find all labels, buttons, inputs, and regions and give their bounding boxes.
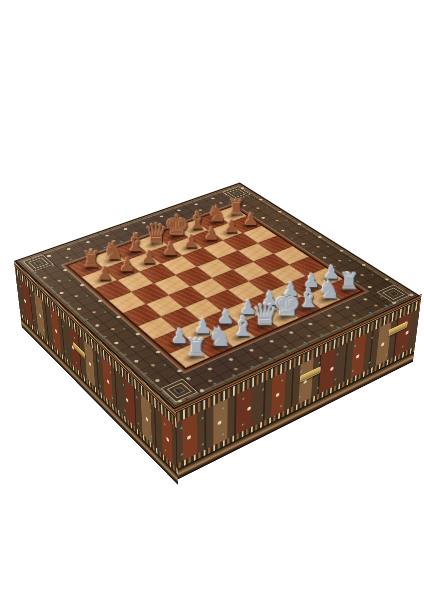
- piece-copper-pawn[interactable]: ♟: [119, 256, 135, 274]
- piece-copper-pawn[interactable]: ♟: [96, 264, 113, 283]
- piece-copper-pawn[interactable]: ♟: [203, 225, 219, 243]
- piece-silver-knight[interactable]: ♞: [208, 324, 232, 351]
- piece-silver-knight[interactable]: ♞: [318, 277, 341, 302]
- piece-copper-pawn[interactable]: ♟: [243, 211, 258, 228]
- piece-copper-pawn[interactable]: ♟: [162, 240, 178, 258]
- piece-copper-pawn[interactable]: ♟: [183, 233, 199, 251]
- chessboard-box: ♜♞♝♛♚♝♞♜♟♟♟♟♟♟♟♟♟♟♟♟♟♟♟♟♜♞♝♛♚♝♞♜: [14, 183, 421, 410]
- piece-silver-rook[interactable]: ♜: [185, 336, 207, 361]
- product-photo-canvas: ♜♞♝♛♚♝♞♜♟♟♟♟♟♟♟♟♟♟♟♟♟♟♟♟♜♞♝♛♚♝♞♜: [0, 0, 424, 600]
- piece-copper-pawn[interactable]: ♟: [141, 248, 157, 266]
- piece-silver-bishop[interactable]: ♝: [230, 313, 255, 341]
- piece-silver-queen[interactable]: ♛: [251, 300, 278, 330]
- piece-copper-pawn[interactable]: ♟: [223, 218, 239, 235]
- piece-silver-rook[interactable]: ♜: [339, 271, 359, 294]
